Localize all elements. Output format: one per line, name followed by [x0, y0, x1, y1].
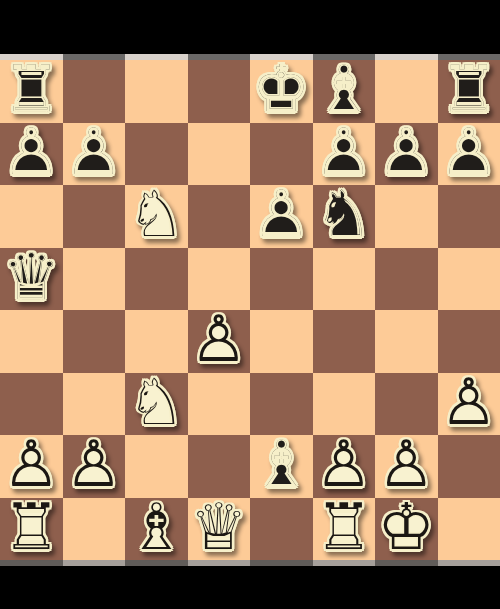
square-e1[interactable] — [250, 498, 313, 561]
square-e3[interactable] — [250, 373, 313, 436]
white-pawn[interactable]: ♟♙ — [313, 435, 376, 498]
square-b5[interactable] — [63, 248, 126, 311]
black-knight[interactable]: ♞♘ — [313, 185, 376, 248]
piece-outline-glyph: ♙ — [63, 121, 126, 184]
square-f1[interactable]: ♜♖ — [313, 498, 376, 561]
square-c3[interactable]: ♞♘ — [125, 373, 188, 436]
square-e2[interactable]: ♝♗ — [250, 435, 313, 498]
black-pawn[interactable]: ♟♙ — [438, 123, 500, 186]
square-h1[interactable] — [438, 498, 500, 561]
white-pawn[interactable]: ♟♙ — [438, 373, 500, 436]
black-king[interactable]: ♚♔ — [250, 60, 313, 123]
piece-outline-glyph: ♙ — [313, 433, 376, 496]
square-g4[interactable] — [375, 310, 438, 373]
piece-outline-glyph: ♙ — [0, 433, 63, 496]
square-a3[interactable] — [0, 373, 63, 436]
square-a2[interactable]: ♟♙ — [0, 435, 63, 498]
black-pawn[interactable]: ♟♙ — [63, 123, 126, 186]
piece-outline-glyph: ♖ — [313, 496, 376, 559]
piece-outline-glyph: ♘ — [125, 371, 188, 434]
square-h7[interactable]: ♟♙ — [438, 123, 500, 186]
piece-outline-glyph: ♖ — [438, 58, 500, 121]
square-b6[interactable] — [63, 185, 126, 248]
square-f8[interactable]: ♝♗ — [313, 60, 376, 123]
white-rook[interactable]: ♜♖ — [313, 498, 376, 561]
piece-outline-glyph: ♗ — [250, 433, 313, 496]
square-g3[interactable] — [375, 373, 438, 436]
white-pawn[interactable]: ♟♙ — [375, 435, 438, 498]
square-f4[interactable] — [313, 310, 376, 373]
square-c6[interactable]: ♞♘ — [125, 185, 188, 248]
square-h5[interactable] — [438, 248, 500, 311]
square-b8[interactable] — [63, 60, 126, 123]
square-d5[interactable] — [188, 248, 251, 311]
square-b2[interactable]: ♟♙ — [63, 435, 126, 498]
square-c1[interactable]: ♝♗ — [125, 498, 188, 561]
piece-outline-glyph: ♗ — [125, 496, 188, 559]
white-rook[interactable]: ♜♖ — [0, 498, 63, 561]
square-d7[interactable] — [188, 123, 251, 186]
piece-outline-glyph: ♕ — [188, 496, 251, 559]
square-f5[interactable] — [313, 248, 376, 311]
square-b7[interactable]: ♟♙ — [63, 123, 126, 186]
square-e7[interactable] — [250, 123, 313, 186]
piece-outline-glyph: ♖ — [0, 58, 63, 121]
square-d4[interactable]: ♟♙ — [188, 310, 251, 373]
piece-outline-glyph: ♙ — [63, 433, 126, 496]
bottom-letterbox — [0, 566, 500, 609]
screen: ♜♖♚♔♝♗♜♖♟♙♟♙♟♙♟♙♟♙♞♘♟♙♞♘♛♕♟♙♞♘♟♙♟♙♟♙♝♗♟♙… — [0, 0, 500, 609]
square-f7[interactable]: ♟♙ — [313, 123, 376, 186]
square-a1[interactable]: ♜♖ — [0, 498, 63, 561]
white-knight[interactable]: ♞♘ — [125, 373, 188, 436]
black-pawn[interactable]: ♟♙ — [375, 123, 438, 186]
piece-outline-glyph: ♙ — [0, 121, 63, 184]
black-rook[interactable]: ♜♖ — [438, 60, 500, 123]
white-queen[interactable]: ♛♕ — [188, 498, 251, 561]
square-d6[interactable] — [188, 185, 251, 248]
square-a6[interactable] — [0, 185, 63, 248]
square-f3[interactable] — [313, 373, 376, 436]
square-h4[interactable] — [438, 310, 500, 373]
square-h6[interactable] — [438, 185, 500, 248]
square-d2[interactable] — [188, 435, 251, 498]
black-pawn[interactable]: ♟♙ — [313, 123, 376, 186]
piece-outline-glyph: ♖ — [0, 496, 63, 559]
piece-outline-glyph: ♙ — [188, 308, 251, 371]
square-h3[interactable]: ♟♙ — [438, 373, 500, 436]
square-a7[interactable]: ♟♙ — [0, 123, 63, 186]
white-pawn[interactable]: ♟♙ — [0, 435, 63, 498]
chess-board[interactable]: ♜♖♚♔♝♗♜♖♟♙♟♙♟♙♟♙♟♙♞♘♟♙♞♘♛♕♟♙♞♘♟♙♟♙♟♙♝♗♟♙… — [0, 60, 500, 560]
piece-outline-glyph: ♕ — [0, 246, 63, 309]
square-e8[interactable]: ♚♔ — [250, 60, 313, 123]
black-bishop[interactable]: ♝♗ — [250, 435, 313, 498]
square-g6[interactable] — [375, 185, 438, 248]
piece-outline-glyph: ♙ — [250, 183, 313, 246]
piece-outline-glyph: ♙ — [313, 121, 376, 184]
black-rook[interactable]: ♜♖ — [0, 60, 63, 123]
white-bishop[interactable]: ♝♗ — [125, 498, 188, 561]
square-g1[interactable]: ♚♔ — [375, 498, 438, 561]
black-pawn[interactable]: ♟♙ — [0, 123, 63, 186]
square-b1[interactable] — [63, 498, 126, 561]
white-knight[interactable]: ♞♘ — [125, 185, 188, 248]
square-a5[interactable]: ♛♕ — [0, 248, 63, 311]
square-c4[interactable] — [125, 310, 188, 373]
white-pawn[interactable]: ♟♙ — [188, 310, 251, 373]
square-e5[interactable] — [250, 248, 313, 311]
square-e6[interactable]: ♟♙ — [250, 185, 313, 248]
square-g7[interactable]: ♟♙ — [375, 123, 438, 186]
white-king[interactable]: ♚♔ — [375, 498, 438, 561]
square-b4[interactable] — [63, 310, 126, 373]
square-d1[interactable]: ♛♕ — [188, 498, 251, 561]
square-h8[interactable]: ♜♖ — [438, 60, 500, 123]
piece-outline-glyph: ♙ — [438, 371, 500, 434]
square-g5[interactable] — [375, 248, 438, 311]
piece-outline-glyph: ♗ — [313, 58, 376, 121]
top-letterbox — [0, 0, 500, 54]
square-c2[interactable] — [125, 435, 188, 498]
square-g8[interactable] — [375, 60, 438, 123]
square-a4[interactable] — [0, 310, 63, 373]
piece-outline-glyph: ♙ — [375, 121, 438, 184]
square-g2[interactable]: ♟♙ — [375, 435, 438, 498]
piece-outline-glyph: ♙ — [375, 433, 438, 496]
black-queen[interactable]: ♛♕ — [0, 248, 63, 311]
black-pawn[interactable]: ♟♙ — [250, 185, 313, 248]
piece-outline-glyph: ♘ — [313, 183, 376, 246]
square-d3[interactable] — [188, 373, 251, 436]
square-f2[interactable]: ♟♙ — [313, 435, 376, 498]
black-bishop[interactable]: ♝♗ — [313, 60, 376, 123]
piece-outline-glyph: ♙ — [438, 121, 500, 184]
square-f6[interactable]: ♞♘ — [313, 185, 376, 248]
square-d8[interactable] — [188, 60, 251, 123]
piece-outline-glyph: ♘ — [125, 183, 188, 246]
square-e4[interactable] — [250, 310, 313, 373]
square-c8[interactable] — [125, 60, 188, 123]
white-pawn[interactable]: ♟♙ — [63, 435, 126, 498]
square-h2[interactable] — [438, 435, 500, 498]
square-b3[interactable] — [63, 373, 126, 436]
piece-outline-glyph: ♔ — [375, 496, 438, 559]
piece-outline-glyph: ♔ — [250, 58, 313, 121]
square-c5[interactable] — [125, 248, 188, 311]
square-c7[interactable] — [125, 123, 188, 186]
square-a8[interactable]: ♜♖ — [0, 60, 63, 123]
